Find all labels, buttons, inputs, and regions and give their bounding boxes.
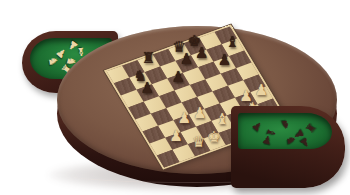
white-pawn[interactable]: ♟ [191, 104, 208, 121]
captured-black-piece[interactable]: ♞ [279, 119, 290, 131]
captured-white-piece[interactable]: ♞ [47, 56, 59, 67]
white-bishop[interactable]: ♝ [214, 110, 231, 127]
black-pawn[interactable]: ♟ [193, 44, 210, 61]
captured-black-piece[interactable]: ♟ [261, 134, 273, 147]
black-rook[interactable]: ♜ [140, 49, 157, 66]
white-pawn[interactable]: ♟ [253, 81, 270, 98]
white-pawn[interactable]: ♟ [168, 127, 185, 144]
black-pawn[interactable]: ♟ [139, 79, 156, 96]
drawer-black-pieces[interactable]: ♟♝♞♟♜♟♞♟ [231, 106, 345, 188]
white-king[interactable]: ♚ [206, 128, 223, 145]
captured-black-piece[interactable]: ♞ [285, 135, 297, 146]
captured-black-piece[interactable]: ♟ [250, 119, 265, 134]
black-bishop[interactable]: ♝ [224, 33, 241, 50]
white-queen[interactable]: ♛ [190, 133, 207, 150]
black-pawn[interactable]: ♟ [178, 50, 195, 67]
captured-black-piece[interactable]: ♟ [298, 135, 312, 150]
drawer-right-felt: ♟♝♞♟♜♟♞♟ [238, 113, 332, 149]
black-pawn[interactable]: ♟ [216, 51, 233, 68]
product-photo-chess-set: ♟♞♝♟♜♟♞♝♟ ♜♛♚♞♟♟♝♟♟♟♟♟♟♟♟♝♟♞♛♚ ♟♝♞♟♜♟♞♟ [0, 0, 350, 195]
black-pawn[interactable]: ♟ [170, 68, 187, 85]
white-pawn[interactable]: ♟ [176, 109, 193, 126]
